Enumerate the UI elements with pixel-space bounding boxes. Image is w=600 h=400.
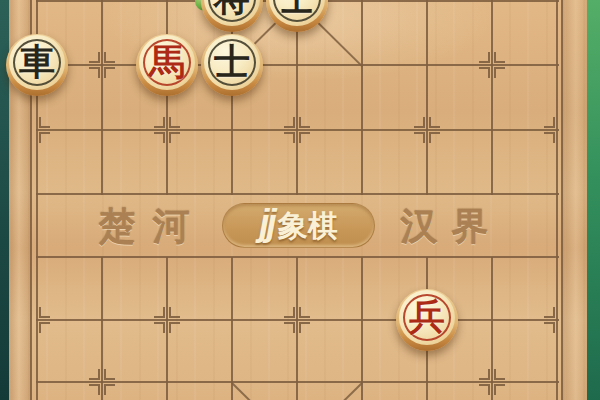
logo-jj-letters: jj	[259, 202, 274, 244]
river-text-chu: 楚	[99, 208, 136, 245]
palace-diagonal	[231, 1, 298, 67]
grid-line	[426, 257, 428, 400]
river-text-jie: 界	[452, 208, 489, 245]
grid-line	[556, 0, 558, 400]
palace-diagonal	[296, 1, 363, 67]
palace-diagonal	[231, 382, 298, 400]
grid-line	[491, 257, 493, 400]
river-text-he: 河	[153, 208, 190, 245]
grid-line	[36, 0, 38, 400]
grid-line	[361, 257, 363, 400]
grid-line	[166, 0, 168, 195]
logo-name-text: 象棋	[278, 211, 338, 241]
grid-line	[101, 0, 103, 195]
grid-line	[101, 257, 103, 400]
grid-line	[231, 0, 233, 195]
board-border-line	[30, 0, 32, 400]
game-screen: 楚 河 汉 界 jj 象棋 将士士車馬兵	[0, 0, 600, 400]
grid-line	[296, 0, 298, 195]
board-border-line	[561, 0, 563, 400]
grid-line	[296, 257, 298, 400]
grid-line	[491, 0, 493, 195]
palace-diagonal	[296, 382, 363, 400]
river-text-han: 汉	[401, 208, 438, 245]
grid-line	[231, 257, 233, 400]
grid-line	[166, 257, 168, 400]
grid-line	[426, 0, 428, 195]
jj-xiangqi-logo: jj 象棋	[222, 203, 375, 248]
grid-line	[361, 0, 363, 195]
